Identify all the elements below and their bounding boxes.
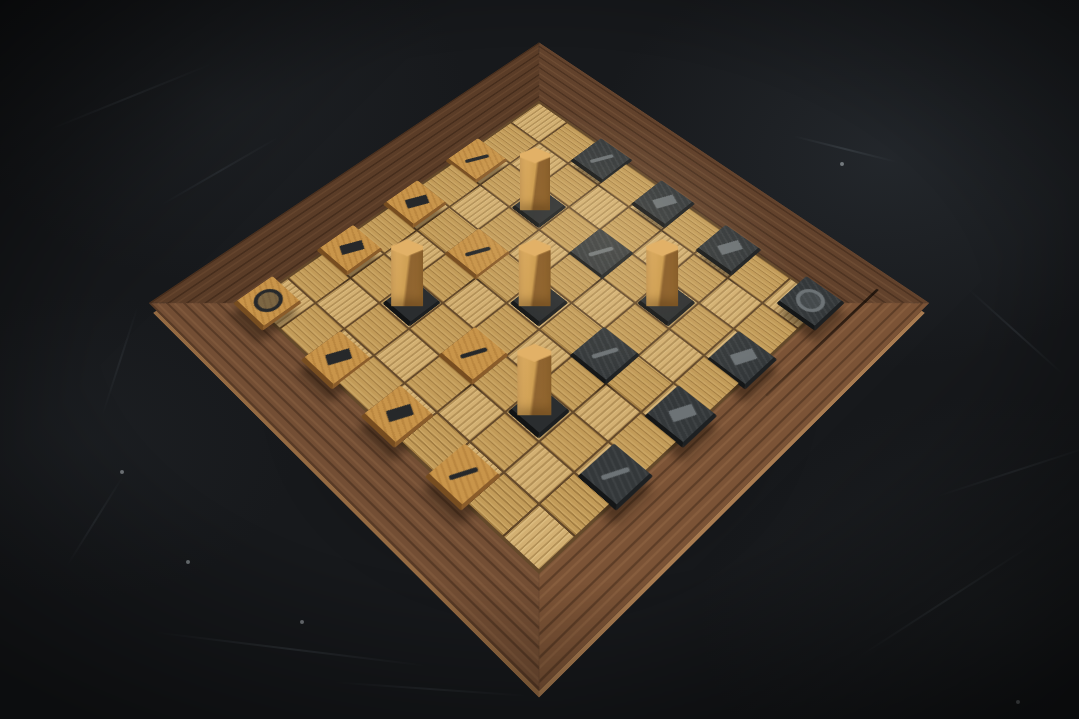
board-square[interactable]: [571, 231, 630, 277]
chevron-inlay-icon: [730, 348, 758, 365]
tower-post[interactable]: [391, 248, 423, 306]
chevron-inlay-icon: [668, 404, 697, 423]
tower-post[interactable]: [519, 248, 551, 306]
slash-inlay-icon: [448, 467, 478, 480]
slash-inlay-icon: [465, 154, 490, 163]
slash-inlay-icon: [591, 347, 619, 358]
chevron-inlay-icon: [339, 240, 365, 255]
tower-post[interactable]: [520, 156, 550, 211]
chevron-inlay-icon: [325, 348, 352, 365]
slash-inlay-icon: [465, 246, 491, 256]
chevron-inlay-icon: [404, 194, 429, 208]
board-square[interactable]: [607, 357, 671, 411]
tower-post[interactable]: [517, 354, 551, 416]
slash-inlay-icon: [601, 467, 631, 480]
chevron-inlay-icon: [652, 194, 678, 208]
board-square[interactable]: [509, 279, 570, 328]
slash-inlay-icon: [460, 347, 488, 358]
slash-inlay-icon: [588, 246, 614, 256]
tower-post[interactable]: [647, 248, 679, 306]
slash-inlay-icon: [590, 154, 614, 163]
game-board: [149, 42, 930, 690]
scene-3d: [0, 0, 1079, 719]
table-surface: [0, 0, 1079, 719]
chevron-inlay-icon: [385, 404, 414, 423]
board-square[interactable]: [540, 304, 602, 354]
